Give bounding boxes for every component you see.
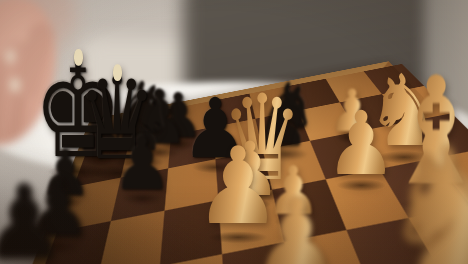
black-pawn-piece[interactable]: ♟ (109, 127, 176, 201)
white-pawn-piece[interactable]: ♟ (245, 184, 347, 264)
finial-tip (113, 64, 122, 81)
black-pawn-glyph: ♟ (109, 127, 176, 201)
black-pawn-piece[interactable]: ♟ (0, 173, 70, 264)
pieces-layer: ♟♟♞♞♟♞♟♚♛♟♟♛♝♟♟♟♟♟♟♟♞♟ (0, 0, 468, 264)
white-knight-glyph: ♞ (367, 122, 468, 264)
white-pawn-glyph: ♟ (245, 184, 347, 264)
white-knight-piece[interactable]: ♞ (367, 122, 468, 264)
piece-shadow (121, 192, 163, 204)
black-pawn-glyph: ♟ (0, 173, 70, 264)
chess-photo-scene: ♟♟♞♞♟♞♟♚♛♟♟♛♝♟♟♟♟♟♟♟♞♟ (0, 0, 468, 264)
